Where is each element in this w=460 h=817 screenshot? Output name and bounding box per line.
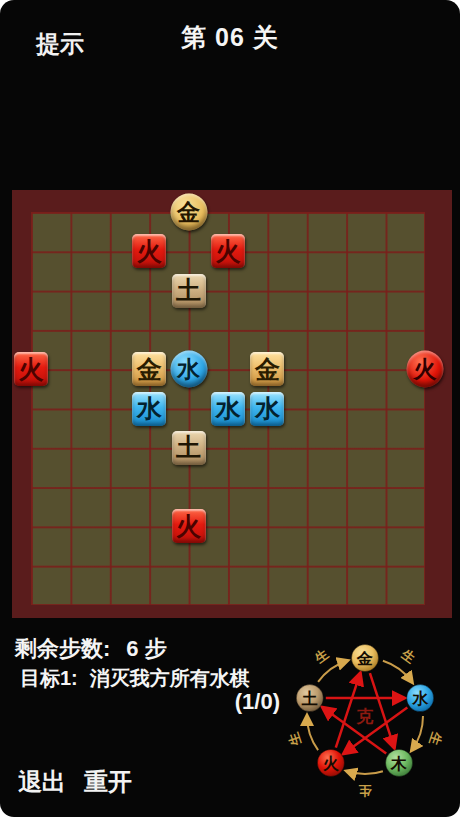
piece-metal-square[interactable]: 金 — [132, 352, 166, 386]
svg-text:生: 生 — [311, 646, 331, 666]
game-board: 金火火土火金水金火水水水土火 — [12, 190, 452, 618]
piece-earth-square[interactable]: 土 — [172, 431, 206, 465]
svg-text:土: 土 — [301, 690, 318, 707]
pieces-layer: 金火火土火金水金火水水水土火 — [31, 212, 425, 605]
svg-text:生: 生 — [285, 730, 304, 748]
piece-fire-circle[interactable]: 火 — [407, 351, 444, 388]
goal-label: 目标1: — [20, 667, 78, 689]
moves-value: 6 步 — [126, 636, 166, 661]
svg-text:生: 生 — [426, 729, 445, 747]
exit-button[interactable]: 退出 — [18, 766, 66, 798]
svg-text:生: 生 — [359, 783, 373, 798]
piece-earth-square[interactable]: 土 — [172, 274, 206, 308]
svg-text:火: 火 — [323, 755, 339, 772]
svg-text:水: 水 — [411, 690, 429, 707]
piece-water-circle[interactable]: 水 — [170, 351, 207, 388]
piece-water-square[interactable]: 水 — [211, 392, 245, 426]
piece-fire-square[interactable]: 火 — [211, 234, 245, 268]
svg-text:生: 生 — [398, 646, 418, 666]
ke-center-label: 克 — [356, 707, 374, 726]
goal-text: 消灭我方所有水棋 — [90, 667, 250, 689]
piece-fire-square[interactable]: 火 — [172, 509, 206, 543]
piece-fire-square[interactable]: 火 — [132, 234, 166, 268]
piece-metal-circle[interactable]: 金 — [170, 194, 207, 231]
goal-progress: (1/0) — [235, 689, 280, 715]
five-elements-diagram: 克 金 水 木 火 土 生 生 生 生 生 — [277, 628, 453, 804]
game-screen: 提示 第 06 关 金火火土火金水金火水水水土火 剩余步数:6 步 目标1:消灭… — [0, 0, 460, 817]
restart-button[interactable]: 重开 — [84, 766, 132, 798]
piece-fire-square[interactable]: 火 — [14, 352, 48, 386]
goal-line: 目标1:消灭我方所有水棋 — [20, 665, 250, 692]
level-title: 第 06 关 — [0, 21, 460, 54]
moves-label: 剩余步数: — [15, 636, 110, 661]
svg-text:金: 金 — [356, 650, 373, 667]
piece-water-square[interactable]: 水 — [250, 392, 284, 426]
svg-text:木: 木 — [390, 755, 407, 772]
footer-bar: 退出 重开 — [18, 766, 132, 798]
piece-metal-square[interactable]: 金 — [250, 352, 284, 386]
piece-water-square[interactable]: 水 — [132, 392, 166, 426]
moves-remaining: 剩余步数:6 步 — [15, 634, 167, 664]
